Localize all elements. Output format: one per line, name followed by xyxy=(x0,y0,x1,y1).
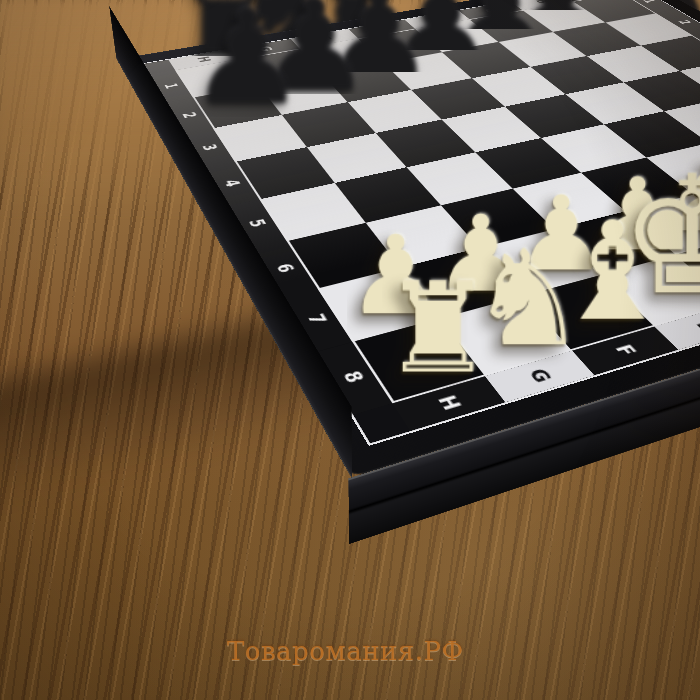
rank-label: 6 xyxy=(273,262,297,274)
perspective-scene: HGFEDCBA1♜♞♝♚♛♝♞♜12♟♟♟♟♟♟♟♟2334455667♟♟♟… xyxy=(0,0,700,700)
product-photo: HGFEDCBA1♜♞♝♚♛♝♞♜12♟♟♟♟♟♟♟♟2334455667♟♟♟… xyxy=(0,0,700,700)
file-label: F xyxy=(611,343,639,358)
rank-label: 5 xyxy=(245,218,268,229)
chess-board: HGFEDCBA1♜♞♝♚♛♝♞♜12♟♟♟♟♟♟♟♟2334455667♟♟♟… xyxy=(117,0,700,477)
rank-label: 7 xyxy=(304,312,330,326)
piece-black-pawn: ♟ xyxy=(189,0,306,121)
watermark: Товаромания.РФ xyxy=(227,636,464,666)
rank-label: 4 xyxy=(221,178,242,188)
rank-label: 3 xyxy=(199,143,219,152)
piece-white-rook: ♜ xyxy=(382,269,494,388)
file-label: E xyxy=(692,319,700,333)
rank-label: 8 xyxy=(339,369,367,385)
file-label: H xyxy=(434,393,465,412)
file-label: G xyxy=(525,367,555,385)
